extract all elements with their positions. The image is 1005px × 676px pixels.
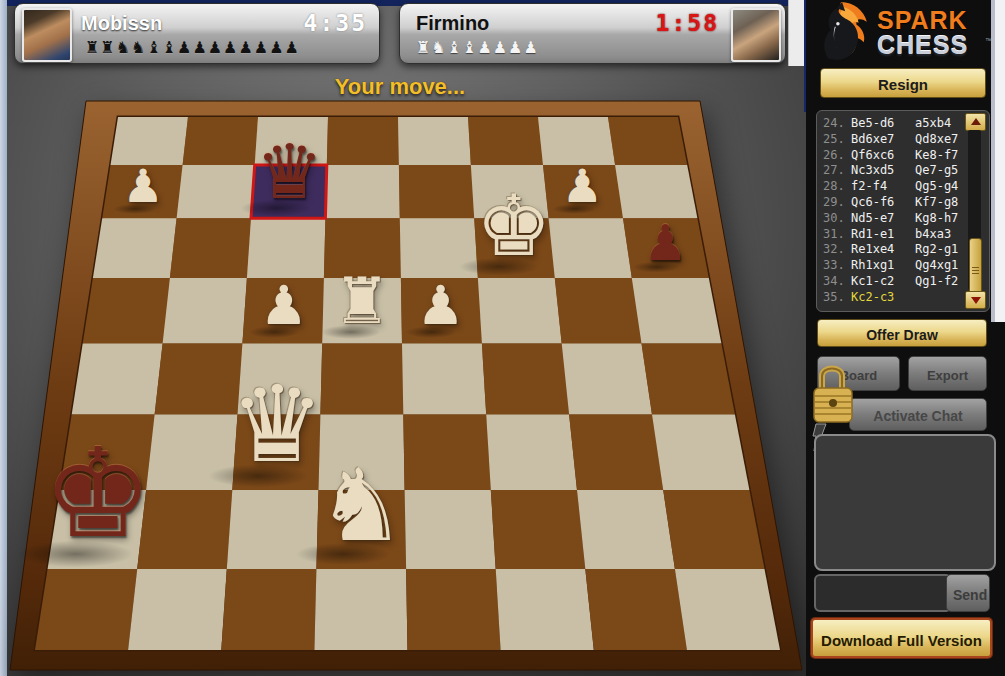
move-text: Rd1-e1 [851,227,915,243]
captured-pieces-tray: ♜♞♝♝♟♟♟♟ [416,38,539,57]
square-e5[interactable] [320,344,403,415]
captured-black-r: ♜ [85,38,100,57]
logo-text-chess: CHESS [877,31,968,60]
player-panel-white: Mobissn 4:35 ♜♜♞♞♝♝♟♟♟♟♟♟♟♟ [14,3,380,64]
offer-draw-button[interactable]: Offer Draw [817,319,987,347]
scroll-up-button[interactable] [965,113,986,131]
move-text: Nc3xd5 [851,163,915,179]
player-name: Firmino [416,12,489,35]
chat-messages-area [814,434,996,571]
move-text: 32. [823,242,851,258]
move-text: Qd8xe7 [915,132,958,148]
square-c8[interactable] [496,569,594,650]
player-clock: 4:35 [304,10,367,36]
captured-black-p: ♟ [254,38,269,57]
move-text: 31. [823,227,851,243]
square-h3[interactable] [93,218,177,278]
captured-white-p: ♟ [523,38,538,57]
move-row: 26.Qf6xc6Ke8-f7 [823,148,963,164]
move-text: Qf6xc6 [851,148,915,164]
square-c7[interactable] [491,490,586,569]
move-text: Rh1xg1 [851,258,915,274]
move-text: Rg2-g1 [915,242,958,258]
square-g4[interactable] [163,278,247,344]
move-text: Ke8-f7 [915,148,958,164]
square-d6[interactable] [403,414,491,490]
white-pawn-d4[interactable]: ♟ [417,279,465,333]
black-pawn-a3[interactable]: ♟ [643,219,687,268]
captured-black-n: ♞ [131,38,146,57]
move-text: b4xa3 [915,227,951,243]
captured-black-r: ♜ [100,38,115,57]
status-message: Your move... [150,74,650,100]
square-c5[interactable] [482,344,569,415]
move-text: 30. [823,211,851,227]
move-text: Qg5-g4 [915,179,958,195]
white-pawn-f4[interactable]: ♟ [260,279,308,333]
chess-board [0,0,806,676]
captured-black-p: ♟ [284,38,299,57]
move-text: 27. [823,163,851,179]
player-name: Mobissn [81,12,162,35]
white-pawn-h2[interactable]: ♟ [122,164,163,210]
captured-black-p: ♟ [238,38,253,57]
square-g8[interactable] [128,569,227,650]
move-list-scrollbar[interactable] [965,113,984,307]
captured-white-p: ♟ [508,38,523,57]
move-text: 35. [823,290,851,306]
white-knight-e7[interactable]: ♞ [317,457,407,557]
white-king-c3[interactable]: ♚ [476,184,552,268]
square-f3[interactable] [247,218,326,278]
move-row: 28.f2-f4Qg5-g4 [823,179,963,195]
captured-white-b: ♝ [462,38,477,57]
move-row: 32.Re1xe4Rg2-g1 [823,242,963,258]
square-a4[interactable] [632,278,722,344]
activate-chat-button[interactable]: Activate Chat [849,398,987,431]
square-b6[interactable] [569,414,663,490]
captured-black-p: ♟ [208,38,223,57]
move-row: 27.Nc3xd5Qe7-g5 [823,163,963,179]
captured-black-p: ♟ [177,38,192,57]
square-d8[interactable] [406,569,501,650]
captured-white-r: ♜ [416,38,431,57]
move-list[interactable]: 24.Be5-d6a5xb425.Bd6xe7Qd8xe726.Qf6xc6Ke… [816,110,990,312]
square-d1[interactable] [398,117,471,165]
square-h8[interactable] [35,569,137,650]
square-d5[interactable] [402,344,486,415]
square-a8[interactable] [675,569,780,650]
sparkchess-logo: SPARK CHESS ™ [809,1,989,63]
scroll-down-button[interactable] [965,291,986,309]
captured-white-p: ♟ [493,38,508,57]
white-pawn-b2[interactable]: ♟ [562,164,603,210]
black-queen-f2[interactable]: ♛ [256,134,324,209]
square-f7[interactable] [227,490,319,569]
square-g6[interactable] [146,414,237,490]
captured-black-p: ♟ [223,38,238,57]
move-text: Qe7-g5 [915,163,958,179]
square-b5[interactable] [562,344,652,415]
export-pgn-button[interactable]: Export PGN [908,356,987,391]
square-a7[interactable] [663,490,764,569]
avatar-photo [731,8,781,62]
square-b8[interactable] [585,569,687,650]
move-row: 24.Be5-d6a5xb4 [823,116,963,132]
move-row: 31.Rd1-e1b4xa3 [823,227,963,243]
move-text: Re1xe4 [851,242,915,258]
move-text: 24. [823,116,851,132]
sparkchess-app: ♟♟♛♚♟♟♜♟♛♞♚ Your move... Mobissn 4:35 ♜♜… [0,0,1005,676]
square-a5[interactable] [642,344,735,415]
square-b1[interactable] [538,117,615,165]
move-text: 29. [823,195,851,211]
black-king-h7[interactable]: ♚ [43,433,153,556]
square-a2[interactable] [615,165,697,218]
captured-white-p: ♟ [477,38,492,57]
white-queen-f6[interactable]: ♛ [230,372,325,478]
move-text: Kc2-c3 [851,290,915,306]
scrollbar-track[interactable] [968,130,981,290]
captured-pieces-tray: ♜♜♞♞♝♝♟♟♟♟♟♟♟♟ [85,38,300,57]
square-e2[interactable] [325,165,399,218]
move-text: f2-f4 [851,179,915,195]
move-row: 33.Rh1xg1Qg4xg1 [823,258,963,274]
square-h4[interactable] [83,278,170,344]
square-h1[interactable] [111,117,189,165]
move-rows: 24.Be5-d6a5xb425.Bd6xe7Qd8xe726.Qf6xc6Ke… [823,116,963,306]
square-c6[interactable] [486,414,577,490]
send-button[interactable]: Send [946,574,990,612]
resign-button[interactable]: Resign [820,68,986,98]
move-row: 25.Bd6xe7Qd8xe7 [823,132,963,148]
move-text: Nd5-e7 [851,211,915,227]
player-clock: 1:58 [656,10,719,36]
square-g3[interactable] [170,218,251,278]
captured-black-b: ♝ [146,38,161,57]
square-e8[interactable] [314,569,407,650]
square-d2[interactable] [399,165,474,218]
knight-logo-icon [809,1,873,63]
white-rook-e4[interactable]: ♜ [334,270,391,333]
captured-black-p: ♟ [269,38,284,57]
square-b7[interactable] [577,490,675,569]
move-text: Qg4xg1 [915,258,958,274]
captured-black-n: ♞ [116,38,131,57]
move-text: Kf7-g8 [915,195,958,211]
captured-white-n: ♞ [431,38,446,57]
captured-black-b: ♝ [162,38,177,57]
browser-scrollbar-strip[interactable] [991,0,1005,322]
player-panel-black: Firmino 1:58 ♜♞♝♝♟♟♟♟ [399,3,786,64]
square-g1[interactable] [183,117,258,165]
square-b4[interactable] [555,278,642,344]
captured-black-p: ♟ [192,38,207,57]
square-e1[interactable] [327,117,399,165]
move-text: Qg1-f2 [915,274,958,290]
square-c4[interactable] [478,278,562,344]
move-row: 29.Qc6-f6Kf7-g8 [823,195,963,211]
move-row: 35.Kc2-c3 [823,290,963,306]
chat-input[interactable] [814,574,952,612]
square-c1[interactable] [468,117,543,165]
download-full-version-button[interactable]: Download Full Version [811,618,992,658]
move-text: Bd6xe7 [851,132,915,148]
square-h5[interactable] [72,344,163,415]
avatar-photo [22,8,72,62]
square-f8[interactable] [221,569,316,650]
square-a6[interactable] [652,414,749,490]
move-text: Be5-d6 [851,116,915,132]
square-b3[interactable] [549,218,632,278]
square-g2[interactable] [177,165,255,218]
move-row: 34.Kc1-c2Qg1-f2 [823,274,963,290]
move-text: 28. [823,179,851,195]
move-row: 30.Nd5-e7Kg8-h7 [823,211,963,227]
move-text: 34. [823,274,851,290]
square-a1[interactable] [608,117,687,165]
move-text: 26. [823,148,851,164]
move-text: Qc6-f6 [851,195,915,211]
move-text: 33. [823,258,851,274]
move-text: Kc1-c2 [851,274,915,290]
move-text: a5xb4 [915,116,951,132]
move-text: 25. [823,132,851,148]
move-text: Kg8-h7 [915,211,958,227]
square-d7[interactable] [405,490,496,569]
captured-white-b: ♝ [447,38,462,57]
square-d3[interactable] [400,218,478,278]
